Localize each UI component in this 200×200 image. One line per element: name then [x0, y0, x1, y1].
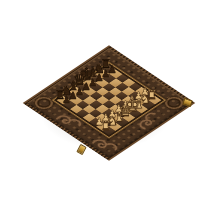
carved-medallion-icon — [31, 94, 56, 111]
scene: ♜♞♟♝♟♚♟♛♟♝♟♞♟♟♜♟♟♜♟♟♞♟♝♟♚♟♛♟♝♟♞♜ — [0, 0, 200, 200]
piece-black-pawn[interactable]: ♟ — [62, 95, 71, 105]
piece-white-rook[interactable]: ♜ — [101, 120, 112, 132]
